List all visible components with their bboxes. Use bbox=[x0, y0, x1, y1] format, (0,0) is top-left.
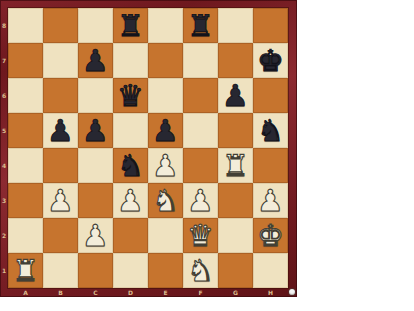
square-d2[interactable] bbox=[113, 218, 148, 253]
square-c2[interactable]: ♟ bbox=[78, 218, 113, 253]
square-b2[interactable] bbox=[43, 218, 78, 253]
square-f4[interactable] bbox=[183, 148, 218, 183]
chess-board: ♜♜♟♚♛♟♟♟♟♞♞♟♜♟♟♞♟♟♟♛♚♜♞ bbox=[8, 8, 288, 288]
chess-board-frame: ♜♜♟♚♛♟♟♟♟♞♞♟♜♟♟♞♟♟♟♛♚♜♞ 87654321 ABCDEFG… bbox=[0, 0, 297, 297]
square-a5[interactable] bbox=[8, 113, 43, 148]
rank-label-8: 8 bbox=[0, 8, 8, 43]
square-d3[interactable]: ♟ bbox=[113, 183, 148, 218]
piece-white-pawn[interactable]: ♟ bbox=[148, 148, 183, 183]
piece-white-knight[interactable]: ♞ bbox=[183, 253, 218, 288]
square-b3[interactable]: ♟ bbox=[43, 183, 78, 218]
square-a7[interactable] bbox=[8, 43, 43, 78]
square-g5[interactable] bbox=[218, 113, 253, 148]
square-g3[interactable] bbox=[218, 183, 253, 218]
file-label-b: B bbox=[43, 288, 78, 297]
square-b1[interactable] bbox=[43, 253, 78, 288]
square-d4[interactable]: ♞ bbox=[113, 148, 148, 183]
piece-black-pawn[interactable]: ♟ bbox=[148, 113, 183, 148]
square-b4[interactable] bbox=[43, 148, 78, 183]
square-a6[interactable] bbox=[8, 78, 43, 113]
square-b8[interactable] bbox=[43, 8, 78, 43]
piece-black-pawn[interactable]: ♟ bbox=[78, 113, 113, 148]
square-e5[interactable]: ♟ bbox=[148, 113, 183, 148]
square-g6[interactable]: ♟ bbox=[218, 78, 253, 113]
square-c5[interactable]: ♟ bbox=[78, 113, 113, 148]
square-c8[interactable] bbox=[78, 8, 113, 43]
piece-black-knight[interactable]: ♞ bbox=[253, 113, 288, 148]
square-e2[interactable] bbox=[148, 218, 183, 253]
square-g8[interactable] bbox=[218, 8, 253, 43]
square-d7[interactable] bbox=[113, 43, 148, 78]
piece-black-pawn[interactable]: ♟ bbox=[78, 43, 113, 78]
square-a8[interactable] bbox=[8, 8, 43, 43]
square-g4[interactable]: ♜ bbox=[218, 148, 253, 183]
piece-white-king[interactable]: ♚ bbox=[253, 218, 288, 253]
square-h8[interactable] bbox=[253, 8, 288, 43]
rank-label-6: 6 bbox=[0, 78, 8, 113]
square-c1[interactable] bbox=[78, 253, 113, 288]
square-e6[interactable] bbox=[148, 78, 183, 113]
square-g7[interactable] bbox=[218, 43, 253, 78]
rank-label-3: 3 bbox=[0, 183, 8, 218]
piece-black-rook[interactable]: ♜ bbox=[113, 8, 148, 43]
rank-label-4: 4 bbox=[0, 148, 8, 183]
square-b6[interactable] bbox=[43, 78, 78, 113]
piece-black-knight[interactable]: ♞ bbox=[113, 148, 148, 183]
square-h5[interactable]: ♞ bbox=[253, 113, 288, 148]
rank-label-7: 7 bbox=[0, 43, 8, 78]
piece-white-queen[interactable]: ♛ bbox=[183, 218, 218, 253]
square-h6[interactable] bbox=[253, 78, 288, 113]
square-e3[interactable]: ♞ bbox=[148, 183, 183, 218]
rank-labels: 87654321 bbox=[0, 8, 8, 288]
square-c4[interactable] bbox=[78, 148, 113, 183]
square-f3[interactable]: ♟ bbox=[183, 183, 218, 218]
square-f2[interactable]: ♛ bbox=[183, 218, 218, 253]
square-f7[interactable] bbox=[183, 43, 218, 78]
piece-white-pawn[interactable]: ♟ bbox=[43, 183, 78, 218]
square-f6[interactable] bbox=[183, 78, 218, 113]
square-g2[interactable] bbox=[218, 218, 253, 253]
piece-white-rook[interactable]: ♜ bbox=[8, 253, 43, 288]
square-d6[interactable]: ♛ bbox=[113, 78, 148, 113]
square-d1[interactable] bbox=[113, 253, 148, 288]
square-h3[interactable]: ♟ bbox=[253, 183, 288, 218]
file-label-h: H bbox=[253, 288, 288, 297]
square-a3[interactable] bbox=[8, 183, 43, 218]
file-label-e: E bbox=[148, 288, 183, 297]
square-e4[interactable]: ♟ bbox=[148, 148, 183, 183]
square-e7[interactable] bbox=[148, 43, 183, 78]
square-b7[interactable] bbox=[43, 43, 78, 78]
square-a1[interactable]: ♜ bbox=[8, 253, 43, 288]
side-to-move-indicator bbox=[289, 289, 295, 295]
piece-white-pawn[interactable]: ♟ bbox=[113, 183, 148, 218]
rank-label-1: 1 bbox=[0, 253, 8, 288]
file-label-f: F bbox=[183, 288, 218, 297]
piece-white-pawn[interactable]: ♟ bbox=[78, 218, 113, 253]
piece-white-rook[interactable]: ♜ bbox=[218, 148, 253, 183]
file-label-a: A bbox=[8, 288, 43, 297]
piece-black-pawn[interactable]: ♟ bbox=[43, 113, 78, 148]
square-h7[interactable]: ♚ bbox=[253, 43, 288, 78]
square-c6[interactable] bbox=[78, 78, 113, 113]
square-h2[interactable]: ♚ bbox=[253, 218, 288, 253]
square-b5[interactable]: ♟ bbox=[43, 113, 78, 148]
piece-black-rook[interactable]: ♜ bbox=[183, 8, 218, 43]
file-labels: ABCDEFGH bbox=[8, 288, 288, 297]
piece-black-king[interactable]: ♚ bbox=[253, 43, 288, 78]
square-f8[interactable]: ♜ bbox=[183, 8, 218, 43]
rank-label-5: 5 bbox=[0, 113, 8, 148]
rank-label-2: 2 bbox=[0, 218, 8, 253]
square-c7[interactable]: ♟ bbox=[78, 43, 113, 78]
square-c3[interactable] bbox=[78, 183, 113, 218]
square-f1[interactable]: ♞ bbox=[183, 253, 218, 288]
piece-white-pawn[interactable]: ♟ bbox=[253, 183, 288, 218]
piece-white-knight[interactable]: ♞ bbox=[148, 183, 183, 218]
square-h1[interactable] bbox=[253, 253, 288, 288]
piece-white-pawn[interactable]: ♟ bbox=[183, 183, 218, 218]
square-e1[interactable] bbox=[148, 253, 183, 288]
square-e8[interactable] bbox=[148, 8, 183, 43]
square-d8[interactable]: ♜ bbox=[113, 8, 148, 43]
square-a2[interactable] bbox=[8, 218, 43, 253]
square-f5[interactable] bbox=[183, 113, 218, 148]
square-a4[interactable] bbox=[8, 148, 43, 183]
page: ♜♜♟♚♛♟♟♟♟♞♞♟♜♟♟♞♟♟♟♛♚♜♞ 87654321 ABCDEFG… bbox=[0, 0, 414, 311]
file-label-c: C bbox=[78, 288, 113, 297]
file-label-d: D bbox=[113, 288, 148, 297]
piece-black-pawn[interactable]: ♟ bbox=[218, 78, 253, 113]
square-h4[interactable] bbox=[253, 148, 288, 183]
square-g1[interactable] bbox=[218, 253, 253, 288]
square-d5[interactable] bbox=[113, 113, 148, 148]
file-label-g: G bbox=[218, 288, 253, 297]
piece-black-queen[interactable]: ♛ bbox=[113, 78, 148, 113]
